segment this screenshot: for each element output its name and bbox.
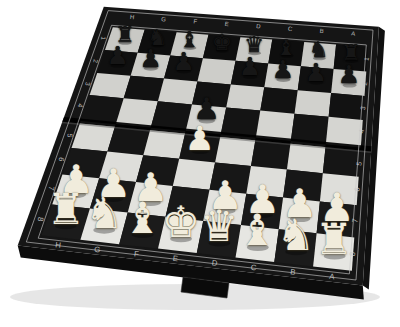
piece-shadow [208, 239, 230, 246]
square-d3 [226, 84, 264, 110]
piece-shadow [280, 54, 293, 58]
piece-shadow [309, 80, 323, 84]
piece-shadow [343, 83, 357, 87]
chess-set-photo: HGFEDCBAHGFEDCBA1234567812345678 ♜♞♝♚♛♝♞… [0, 0, 400, 327]
piece-shadow [93, 226, 115, 233]
piece-shadow [253, 211, 273, 218]
square-f2 [164, 56, 203, 82]
square-f6 [136, 155, 179, 186]
piece-shadow [324, 252, 346, 259]
piece-shadow [144, 66, 158, 70]
square-e1 [203, 35, 241, 61]
piece-shadow [276, 78, 290, 82]
piece-shadow [285, 248, 307, 255]
square-e6 [173, 159, 215, 190]
file-label-bottom-H: H [55, 240, 62, 250]
piece-shadow [215, 207, 235, 214]
piece-shadow [247, 244, 269, 251]
square-b2 [298, 66, 334, 93]
square-e3 [192, 82, 231, 108]
square-d1 [236, 37, 273, 63]
square-c8 [236, 225, 279, 262]
square-e2 [197, 58, 235, 84]
file-label-bottom-B: B [290, 267, 296, 277]
piece-shadow [199, 118, 215, 123]
square-b7 [279, 198, 320, 234]
square-c2 [264, 64, 301, 91]
piece-shadow [170, 235, 192, 242]
piece-shadow [313, 56, 326, 60]
square-c1 [268, 40, 304, 67]
piece-shadow [290, 215, 310, 222]
square-c6 [246, 166, 287, 198]
piece-shadow [248, 51, 261, 55]
piece-shadow [243, 75, 257, 79]
square-e7 [166, 186, 210, 221]
piece-shadow [216, 49, 229, 53]
piece-shadow [132, 231, 154, 238]
piece-shadow [183, 46, 196, 50]
piece-shadow [66, 191, 86, 198]
square-e8 [158, 217, 203, 253]
piece-shadow [103, 195, 123, 202]
square-d6 [210, 162, 252, 193]
square-b3 [295, 90, 332, 117]
square-b6 [283, 170, 323, 202]
folding-chessboard: HGFEDCBAHGFEDCBA1234567812345678 [0, 0, 400, 327]
piece-shadow [151, 43, 164, 47]
square-d2 [231, 61, 268, 88]
file-label-bottom-G: G [94, 245, 101, 255]
piece-shadow [327, 219, 347, 226]
piece-shadow [111, 63, 125, 67]
square-b8 [274, 229, 316, 266]
file-label-top-B: B [319, 28, 324, 34]
piece-shadow [345, 59, 358, 63]
file-label-top-A: A [351, 30, 356, 36]
file-label-top-E: E [224, 21, 229, 27]
square-f3 [158, 79, 198, 105]
piece-shadow [55, 222, 77, 229]
square-f1 [170, 32, 208, 58]
square-g2 [131, 53, 171, 79]
square-c3 [260, 87, 297, 113]
square-g3 [124, 76, 164, 102]
file-label-bottom-E: E [172, 254, 178, 264]
file-label-top-H: H [130, 14, 135, 20]
square-d8 [197, 221, 241, 258]
square-b1 [301, 42, 336, 69]
piece-shadow [119, 41, 132, 45]
piece-shadow [191, 148, 209, 154]
piece-shadow [140, 199, 160, 206]
piece-shadow [177, 69, 191, 73]
